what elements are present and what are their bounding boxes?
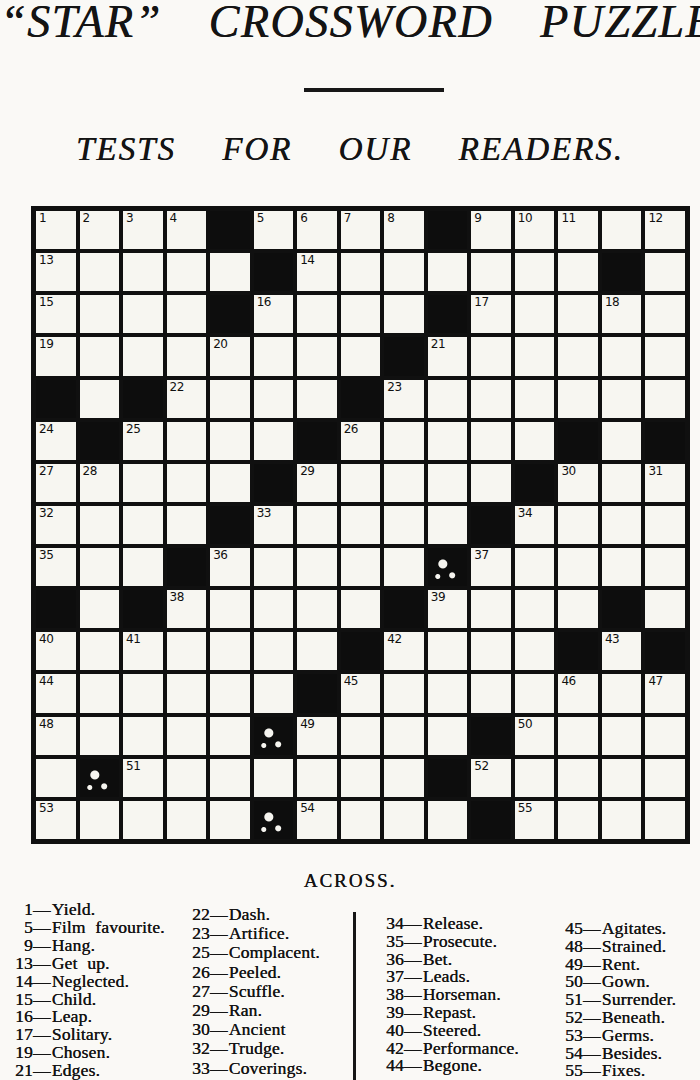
- grid-cell-r14c2: [80, 759, 120, 797]
- grid-cell-r14c12[interactable]: [515, 759, 555, 797]
- grid-cell-r6c1[interactable]: 24: [36, 422, 76, 460]
- grid-cell-r4c13[interactable]: [558, 337, 598, 375]
- clue-number: 21: [6, 1062, 33, 1080]
- grid-cell-r10c5[interactable]: [210, 590, 250, 628]
- clue-dash: —: [583, 1027, 601, 1045]
- cell-number: 25: [126, 423, 140, 435]
- title-rule: [304, 88, 444, 92]
- grid-cell-r2c5[interactable]: [210, 253, 250, 291]
- grid-cell-r4c11[interactable]: [471, 337, 511, 375]
- grid-cell-r3c11[interactable]: 17: [471, 295, 511, 333]
- grid-cell-r1c9[interactable]: 8: [384, 211, 424, 249]
- clue-text: Begone.: [423, 1057, 482, 1075]
- clue-item-29: 29—Ran.: [183, 1001, 320, 1020]
- grid-cell-r4c12[interactable]: [515, 337, 555, 375]
- grid-cell-r5c6[interactable]: [254, 380, 294, 418]
- grid-cell-r5c14[interactable]: [602, 380, 642, 418]
- clue-number: 14: [6, 973, 33, 991]
- grid-cell-r7c14[interactable]: [602, 464, 642, 502]
- clue-dash: —: [210, 1020, 228, 1039]
- grid-cell-r7c10[interactable]: [428, 464, 468, 502]
- clue-text: Artifice.: [229, 924, 290, 943]
- grid-cell-r13c11: [471, 717, 511, 755]
- grid-cell-r6c3[interactable]: 25: [123, 422, 163, 460]
- across-clues-column-4: 45—Agitates.48—Strained.49—Rent.50—Gown.…: [556, 920, 676, 1080]
- cell-number: 11: [561, 212, 575, 224]
- grid-cell-r10c8[interactable]: [341, 590, 381, 628]
- grid-cell-r1c5: [210, 211, 250, 249]
- grid-cell-r8c4[interactable]: [167, 506, 207, 544]
- grid-cell-r15c3[interactable]: [123, 801, 163, 839]
- clue-text: Edges.: [52, 1062, 100, 1080]
- clue-text: Prosecute.: [423, 933, 497, 951]
- grid-cell-r15c13[interactable]: [558, 801, 598, 839]
- clue-number: 22: [183, 905, 210, 924]
- grid-cell-r6c8[interactable]: 26: [341, 422, 381, 460]
- grid-cell-r7c8[interactable]: [341, 464, 381, 502]
- grid-cell-r10c10[interactable]: 39: [428, 590, 468, 628]
- grid-cell-r4c8[interactable]: [341, 337, 381, 375]
- grid-cell-r4c5[interactable]: 20: [210, 337, 250, 375]
- grid-cell-r6c14[interactable]: [602, 422, 642, 460]
- grid-cell-r5c11[interactable]: [471, 380, 511, 418]
- grid-cell-r3c2[interactable]: [80, 295, 120, 333]
- grid-cell-r9c8[interactable]: [341, 548, 381, 586]
- cell-number: 20: [213, 338, 227, 350]
- grid-cell-r2c8[interactable]: [341, 253, 381, 291]
- grid-cell-r5c15[interactable]: [645, 380, 685, 418]
- grid-cell-r12c3[interactable]: [123, 674, 163, 712]
- grid-cell-r5c12[interactable]: [515, 380, 555, 418]
- clue-item-22: 22—Dash.: [183, 905, 320, 924]
- grid-cell-r2c11[interactable]: [471, 253, 511, 291]
- grid-cell-r6c6[interactable]: [254, 422, 294, 460]
- clue-item-33: 33—Coverings.: [183, 1059, 320, 1078]
- grid-cell-r10c14: [602, 590, 642, 628]
- grid-cell-r10c6[interactable]: [254, 590, 294, 628]
- grid-cell-r9c9[interactable]: [384, 548, 424, 586]
- grid-cell-r3c1[interactable]: 15: [36, 295, 76, 333]
- clue-number: 44: [377, 1057, 404, 1075]
- grid-cell-r14c1[interactable]: [36, 759, 76, 797]
- grid-cell-r9c7[interactable]: [297, 548, 337, 586]
- grid-cell-r1c2[interactable]: 2: [80, 211, 120, 249]
- grid-cell-r12c12[interactable]: [515, 674, 555, 712]
- grid-cell-r14c8[interactable]: [341, 759, 381, 797]
- grid-cell-r4c3[interactable]: [123, 337, 163, 375]
- grid-cell-r11c7[interactable]: [297, 632, 337, 670]
- cell-number: 40: [39, 633, 53, 645]
- grid-cell-r14c4[interactable]: [167, 759, 207, 797]
- cell-number: 55: [518, 802, 532, 814]
- grid-cell-r3c4[interactable]: [167, 295, 207, 333]
- grid-cell-r5c2[interactable]: [80, 380, 120, 418]
- grid-cell-r7c7[interactable]: 29: [297, 464, 337, 502]
- grid-cell-r13c2[interactable]: [80, 717, 120, 755]
- clue-number: 33: [183, 1059, 210, 1078]
- cell-number: 10: [518, 212, 532, 224]
- clue-text: Steered.: [423, 1022, 481, 1040]
- grid-cell-r14c13[interactable]: [558, 759, 598, 797]
- grid-cell-r13c9[interactable]: [384, 717, 424, 755]
- grid-cell-r12c8[interactable]: 45: [341, 674, 381, 712]
- grid-cell-r11c8: [341, 632, 381, 670]
- cell-number: 9: [474, 212, 481, 224]
- grid-cell-r15c12[interactable]: 55: [515, 801, 555, 839]
- clue-dash: —: [583, 938, 601, 956]
- grid-cell-r15c7[interactable]: 54: [297, 801, 337, 839]
- grid-cell-r11c9[interactable]: 42: [384, 632, 424, 670]
- grid-cell-r5c1: [36, 380, 76, 418]
- cell-number: 45: [344, 675, 358, 687]
- grid-cell-r7c11[interactable]: [471, 464, 511, 502]
- grid-cell-r8c7[interactable]: [297, 506, 337, 544]
- clue-item-25: 25—Complacent.: [183, 943, 320, 962]
- cell-number: 3: [126, 212, 133, 224]
- grid-cell-r9c11[interactable]: 37: [471, 548, 511, 586]
- grid-cell-r6c10[interactable]: [428, 422, 468, 460]
- grid-cell-r10c12[interactable]: [515, 590, 555, 628]
- grid-cell-r9c1[interactable]: 35: [36, 548, 76, 586]
- clue-text: Trudge.: [229, 1039, 285, 1058]
- across-clues-column-1: 1—Yield.5—Film favourite.9—Hang.13—Get u…: [6, 901, 165, 1080]
- grid-cell-r8c10[interactable]: [428, 506, 468, 544]
- clue-dash: —: [33, 1062, 51, 1080]
- grid-cell-r8c12[interactable]: 34: [515, 506, 555, 544]
- grid-cell-r2c2[interactable]: [80, 253, 120, 291]
- grid-cell-r7c5[interactable]: [210, 464, 250, 502]
- grid-cell-r7c1[interactable]: 27: [36, 464, 76, 502]
- cell-number: 31: [648, 465, 662, 477]
- clue-number: 55: [556, 1062, 583, 1080]
- cell-number: 36: [213, 549, 227, 561]
- grid-cell-r1c12[interactable]: 10: [515, 211, 555, 249]
- grid-cell-r10c13[interactable]: [558, 590, 598, 628]
- grid-cell-r9c2[interactable]: [80, 548, 120, 586]
- grid-cell-r7c15[interactable]: 31: [645, 464, 685, 502]
- grid-cell-r14c3[interactable]: 51: [123, 759, 163, 797]
- grid-cell-r9c5[interactable]: 36: [210, 548, 250, 586]
- across-clues-column-2: 22—Dash.23—Artifice.25—Complacent.26—Pee…: [183, 905, 320, 1078]
- clue-item-23: 23—Artifice.: [183, 924, 320, 943]
- grid-cell-r8c8[interactable]: [341, 506, 381, 544]
- grid-cell-r6c5[interactable]: [210, 422, 250, 460]
- grid-cell-r5c13[interactable]: [558, 380, 598, 418]
- grid-cell-r14c7[interactable]: [297, 759, 337, 797]
- grid-cell-r2c1[interactable]: 13: [36, 253, 76, 291]
- grid-cell-r6c9[interactable]: [384, 422, 424, 460]
- grid-cell-r2c7[interactable]: 14: [297, 253, 337, 291]
- grid-cell-r3c12[interactable]: [515, 295, 555, 333]
- grid-cell-r3c5: [210, 295, 250, 333]
- grid-cell-r3c15[interactable]: [645, 295, 685, 333]
- grid-cell-r10c1: [36, 590, 76, 628]
- grid-cell-r6c15: [645, 422, 685, 460]
- grid-cell-r1c8[interactable]: 7: [341, 211, 381, 249]
- cell-number: 18: [605, 296, 619, 308]
- clue-number: 23: [183, 924, 210, 943]
- grid-cell-r9c6[interactable]: [254, 548, 294, 586]
- grid-cell-r7c4[interactable]: [167, 464, 207, 502]
- grid-cell-r13c5[interactable]: [210, 717, 250, 755]
- grid-cell-r1c6[interactable]: 5: [254, 211, 294, 249]
- grid-cell-r13c12[interactable]: 50: [515, 717, 555, 755]
- clue-text: Ran.: [229, 1001, 262, 1020]
- clue-dash: —: [404, 1057, 422, 1075]
- grid-cell-r5c10[interactable]: [428, 380, 468, 418]
- grid-cell-r7c13[interactable]: 30: [558, 464, 598, 502]
- grid-cell-r15c10[interactable]: [428, 801, 468, 839]
- grid-cell-r14c9[interactable]: [384, 759, 424, 797]
- grid-cell-r11c3[interactable]: 41: [123, 632, 163, 670]
- grid-cell-r12c2[interactable]: [80, 674, 120, 712]
- cell-number: 22: [170, 381, 184, 393]
- grid-cell-r11c1[interactable]: 40: [36, 632, 76, 670]
- clue-number: 29: [183, 1001, 210, 1020]
- grid-cell-r12c13[interactable]: 46: [558, 674, 598, 712]
- grid-cell-r10c7[interactable]: [297, 590, 337, 628]
- grid-cell-r1c14[interactable]: [602, 211, 642, 249]
- clue-dash: —: [210, 905, 228, 924]
- grid-cell-r7c6: [254, 464, 294, 502]
- grid-cell-r13c3[interactable]: [123, 717, 163, 755]
- grid-cell-r14c11[interactable]: 52: [471, 759, 511, 797]
- grid-cell-r2c15[interactable]: [645, 253, 685, 291]
- grid-cell-r15c5[interactable]: [210, 801, 250, 839]
- grid-cell-r10c4[interactable]: 38: [167, 590, 207, 628]
- grid-cell-r2c13[interactable]: [558, 253, 598, 291]
- grid-cell-r12c6[interactable]: [254, 674, 294, 712]
- grid-cell-r3c6[interactable]: 16: [254, 295, 294, 333]
- grid-cell-r13c7[interactable]: 49: [297, 717, 337, 755]
- grid-cell-r3c13[interactable]: [558, 295, 598, 333]
- grid-cell-r13c13[interactable]: [558, 717, 598, 755]
- grid-cell-r5c5[interactable]: [210, 380, 250, 418]
- clue-text: Fixes.: [602, 1062, 646, 1080]
- grid-cell-r11c2[interactable]: [80, 632, 120, 670]
- crossword-grid: 1234567891011121314151617181920212223242…: [31, 206, 690, 844]
- grid-cell-r8c9[interactable]: [384, 506, 424, 544]
- grid-cell-r2c12[interactable]: [515, 253, 555, 291]
- cell-number: 7: [344, 212, 351, 224]
- grid-cell-r3c3[interactable]: [123, 295, 163, 333]
- grid-cell-r7c3[interactable]: [123, 464, 163, 502]
- grid-cell-r12c9[interactable]: [384, 674, 424, 712]
- grid-cell-r10c2[interactable]: [80, 590, 120, 628]
- grid-cell-r6c11[interactable]: [471, 422, 511, 460]
- grid-cell-r2c3[interactable]: [123, 253, 163, 291]
- grid-cell-r4c10[interactable]: 21: [428, 337, 468, 375]
- grid-cell-r6c12[interactable]: [515, 422, 555, 460]
- grid-cell-r13c8[interactable]: [341, 717, 381, 755]
- clue-dash: —: [210, 1059, 228, 1078]
- grid-cell-r14c14[interactable]: [602, 759, 642, 797]
- cell-number: 5: [257, 212, 264, 224]
- clue-dash: —: [583, 1062, 601, 1080]
- grid-cell-r6c7: [297, 422, 337, 460]
- cell-number: 51: [126, 760, 140, 772]
- grid-cell-r15c14[interactable]: [602, 801, 642, 839]
- grid-cell-r5c7[interactable]: [297, 380, 337, 418]
- clue-text: Scuffle.: [229, 982, 285, 1001]
- cell-number: 43: [605, 633, 619, 645]
- clue-item-53: 53—Germs.: [556, 1027, 676, 1045]
- clue-text: Coverings.: [229, 1059, 307, 1078]
- grid-cell-r8c13[interactable]: [558, 506, 598, 544]
- grid-cell-r6c4[interactable]: [167, 422, 207, 460]
- grid-cell-r1c4[interactable]: 4: [167, 211, 207, 249]
- page-title: “STAR” CROSSWORD PUZZLE.: [0, 0, 700, 49]
- across-clues-column-3: 34—Release.35—Prosecute.36—Bet.37—Leads.…: [377, 915, 519, 1075]
- cell-number: 8: [387, 212, 394, 224]
- grid-cell-r8c3[interactable]: [123, 506, 163, 544]
- grid-cell-r2c14: [602, 253, 642, 291]
- grid-cell-r13c15[interactable]: [645, 717, 685, 755]
- grid-cell-r12c5[interactable]: [210, 674, 250, 712]
- grid-cell-r4c2[interactable]: [80, 337, 120, 375]
- clue-text: Complacent.: [229, 943, 320, 962]
- grid-cell-r14c6[interactable]: [254, 759, 294, 797]
- grid-cell-r1c11[interactable]: 9: [471, 211, 511, 249]
- grid-cell-r12c14[interactable]: [602, 674, 642, 712]
- grid-cell-r1c1[interactable]: 1: [36, 211, 76, 249]
- grid-cell-r9c12[interactable]: [515, 548, 555, 586]
- grid-cell-r4c15[interactable]: [645, 337, 685, 375]
- grid-cell-r1c7[interactable]: 6: [297, 211, 337, 249]
- clue-text: Peeled.: [229, 963, 281, 982]
- grid-cell-r10c11[interactable]: [471, 590, 511, 628]
- grid-cell-r13c14[interactable]: [602, 717, 642, 755]
- clue-item-35: 35—Prosecute.: [377, 933, 519, 951]
- grid-cell-r12c10[interactable]: [428, 674, 468, 712]
- clue-dash: —: [33, 973, 51, 991]
- clue-item-48: 48—Strained.: [556, 938, 676, 956]
- grid-cell-r11c12[interactable]: [515, 632, 555, 670]
- grid-cell-r4c14[interactable]: [602, 337, 642, 375]
- grid-cell-r8c1[interactable]: 32: [36, 506, 76, 544]
- grid-cell-r12c11[interactable]: [471, 674, 511, 712]
- grid-cell-r7c2[interactable]: 28: [80, 464, 120, 502]
- grid-cell-r9c3[interactable]: [123, 548, 163, 586]
- cell-number: 42: [387, 633, 401, 645]
- grid-cell-r14c15[interactable]: [645, 759, 685, 797]
- grid-cell-r11c10[interactable]: [428, 632, 468, 670]
- grid-cell-r8c2[interactable]: [80, 506, 120, 544]
- cell-number: 27: [39, 465, 53, 477]
- grid-cell-r13c10[interactable]: [428, 717, 468, 755]
- grid-cell-r2c10[interactable]: [428, 253, 468, 291]
- grid-cell-r12c15[interactable]: 47: [645, 674, 685, 712]
- cell-number: 23: [387, 381, 401, 393]
- grid-cell-r9c13[interactable]: [558, 548, 598, 586]
- grid-cell-r1c3[interactable]: 3: [123, 211, 163, 249]
- clue-text: Strained.: [602, 938, 667, 956]
- grid-cell-r15c11: [471, 801, 511, 839]
- grid-cell-r1c15[interactable]: 12: [645, 211, 685, 249]
- grid-cell-r8c6[interactable]: 33: [254, 506, 294, 544]
- grid-cell-r12c1[interactable]: 44: [36, 674, 76, 712]
- cell-number: 44: [39, 675, 53, 687]
- grid-cell-r1c13[interactable]: 11: [558, 211, 598, 249]
- cell-number: 35: [39, 549, 53, 561]
- grid-cell-r11c11[interactable]: [471, 632, 511, 670]
- cell-number: 15: [39, 296, 53, 308]
- across-header: ACROSS.: [0, 871, 700, 892]
- grid-cell-r4c7[interactable]: [297, 337, 337, 375]
- grid-cell-r3c8[interactable]: [341, 295, 381, 333]
- grid-cell-r12c4[interactable]: [167, 674, 207, 712]
- grid-cell-r8c15[interactable]: [645, 506, 685, 544]
- grid-cell-r5c8: [341, 380, 381, 418]
- grid-cell-r11c4[interactable]: [167, 632, 207, 670]
- grid-cell-r2c4[interactable]: [167, 253, 207, 291]
- clue-item-27: 27—Scuffle.: [183, 982, 320, 1001]
- cell-number: 52: [474, 760, 488, 772]
- clue-item-44: 44—Begone.: [377, 1057, 519, 1075]
- clue-item-21: 21—Edges.: [6, 1062, 165, 1080]
- grid-cell-r13c1[interactable]: 48: [36, 717, 76, 755]
- clue-dash: —: [210, 924, 228, 943]
- grid-cell-r15c15[interactable]: [645, 801, 685, 839]
- grid-cell-r11c6[interactable]: [254, 632, 294, 670]
- grid-cell-r14c5[interactable]: [210, 759, 250, 797]
- grid-cell-r4c1[interactable]: 19: [36, 337, 76, 375]
- clue-text: Get up.: [52, 955, 110, 973]
- grid-cell-r15c4[interactable]: [167, 801, 207, 839]
- grid-cell-r5c4[interactable]: 22: [167, 380, 207, 418]
- cell-number: 33: [257, 507, 271, 519]
- clue-number: 30: [183, 1020, 210, 1039]
- clue-item-30: 30—Ancient: [183, 1020, 320, 1039]
- clue-column-divider: [353, 912, 356, 1080]
- grid-cell-r11c5[interactable]: [210, 632, 250, 670]
- grid-cell-r15c2[interactable]: [80, 801, 120, 839]
- grid-cell-r15c9[interactable]: [384, 801, 424, 839]
- clue-number: 53: [556, 1027, 583, 1045]
- grid-cell-r10c15[interactable]: [645, 590, 685, 628]
- grid-cell-r15c1[interactable]: 53: [36, 801, 76, 839]
- grid-cell-r6c2: [80, 422, 120, 460]
- grid-cell-r8c14[interactable]: [602, 506, 642, 544]
- cell-number: 46: [561, 675, 575, 687]
- grid-cell-r9c14[interactable]: [602, 548, 642, 586]
- grid-cell-r4c6[interactable]: [254, 337, 294, 375]
- clue-item-13: 13—Get up.: [6, 955, 165, 973]
- cell-number: 50: [518, 718, 532, 730]
- grid-cell-r15c8[interactable]: [341, 801, 381, 839]
- grid-cell-r13c4[interactable]: [167, 717, 207, 755]
- grid-cell-r3c9[interactable]: [384, 295, 424, 333]
- clue-text: Dash.: [229, 905, 270, 924]
- cell-number: 26: [344, 423, 358, 435]
- grid-cell-r5c9[interactable]: 23: [384, 380, 424, 418]
- grid-cell-r3c14[interactable]: 18: [602, 295, 642, 333]
- grid-cell-r9c15[interactable]: [645, 548, 685, 586]
- grid-cell-r3c7[interactable]: [297, 295, 337, 333]
- clue-item-40: 40—Steered.: [377, 1022, 519, 1040]
- cell-number: 28: [83, 465, 97, 477]
- grid-cell-r2c9[interactable]: [384, 253, 424, 291]
- grid-cell-r2c6: [254, 253, 294, 291]
- grid-cell-r7c9[interactable]: [384, 464, 424, 502]
- grid-cell-r4c4[interactable]: [167, 337, 207, 375]
- clue-item-55: 55—Fixes.: [556, 1062, 676, 1080]
- newspaper-page: “STAR” CROSSWORD PUZZLE. TESTS FOR OUR R…: [0, 0, 700, 1080]
- grid-cell-r11c14[interactable]: 43: [602, 632, 642, 670]
- clue-text: Neglected.: [52, 973, 129, 991]
- grid-cell-r10c9: [384, 590, 424, 628]
- clue-dash: —: [210, 982, 228, 1001]
